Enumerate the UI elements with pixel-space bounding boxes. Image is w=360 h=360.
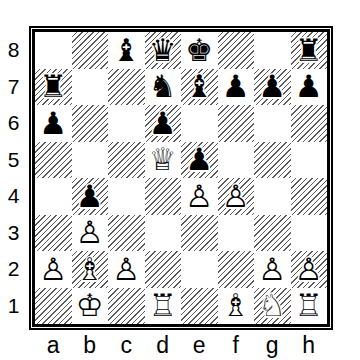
file-label-f: f [218,331,255,359]
square-d7[interactable]: ♞ [145,69,182,106]
white-king[interactable]: ♚♔ [72,288,109,325]
file-label-a: a [35,331,72,359]
rank-labels: 87654321 [0,32,27,324]
black-piece-glyph: ♟ [72,178,109,215]
square-d3[interactable] [145,215,182,252]
square-a4[interactable] [35,178,72,215]
rank-label-4: 4 [0,178,27,215]
white-piece-outline: ♖ [291,288,328,325]
square-d5[interactable]: ♛♕ [145,142,182,179]
square-g7[interactable]: ♟ [254,69,291,106]
square-e7[interactable]: ♝ [181,69,218,106]
square-a6[interactable]: ♟ [35,105,72,142]
white-pawn[interactable]: ♟♙ [254,251,291,288]
white-pawn[interactable]: ♟♙ [291,251,328,288]
white-piece-outline: ♙ [181,178,218,215]
white-piece-outline: ♙ [291,251,328,288]
black-piece-glyph: ♝ [108,32,145,69]
black-pawn[interactable]: ♟ [145,105,182,142]
square-f4[interactable]: ♟♙ [218,178,255,215]
rank-label-1: 1 [0,288,27,325]
black-piece-glyph: ♟ [181,142,218,179]
file-label-c: c [108,331,145,359]
black-pawn[interactable]: ♟ [254,69,291,106]
square-f3[interactable] [218,215,255,252]
square-a8[interactable] [35,32,72,69]
square-a1[interactable] [35,288,72,325]
rank-label-6: 6 [0,105,27,142]
square-g3[interactable] [254,215,291,252]
square-h7[interactable]: ♟ [291,69,328,106]
square-c2[interactable]: ♟♙ [108,251,145,288]
square-f6[interactable] [218,105,255,142]
black-piece-glyph: ♟ [145,105,182,142]
file-label-g: g [254,331,291,359]
white-piece-outline: ♗ [218,288,255,325]
black-piece-glyph: ♜ [35,69,72,106]
square-h2[interactable]: ♟♙ [291,251,328,288]
rank-label-8: 8 [0,32,27,69]
square-d4[interactable] [145,178,182,215]
black-bishop[interactable]: ♝ [108,32,145,69]
white-piece-outline: ♙ [254,251,291,288]
square-h1[interactable]: ♜♖ [291,288,328,325]
black-piece-glyph: ♟ [35,105,72,142]
black-rook[interactable]: ♜ [35,69,72,106]
square-g8[interactable] [254,32,291,69]
file-label-h: h [291,331,328,359]
white-piece-outline: ♘ [254,288,291,325]
square-d1[interactable]: ♜♖ [145,288,182,325]
black-pawn[interactable]: ♟ [181,142,218,179]
square-e2[interactable] [181,251,218,288]
square-b2[interactable]: ♝♗ [72,251,109,288]
black-pawn[interactable]: ♟ [218,69,255,106]
black-king[interactable]: ♚ [181,32,218,69]
white-piece-outline: ♗ [72,251,109,288]
square-h5[interactable] [291,142,328,179]
black-pawn[interactable]: ♟ [72,178,109,215]
square-h6[interactable] [291,105,328,142]
white-piece-outline: ♙ [35,251,72,288]
square-g5[interactable] [254,142,291,179]
square-c8[interactable]: ♝ [108,32,145,69]
square-e6[interactable] [181,105,218,142]
rank-label-3: 3 [0,215,27,252]
black-piece-glyph: ♟ [218,69,255,106]
black-pawn[interactable]: ♟ [291,69,328,106]
square-e8[interactable]: ♚ [181,32,218,69]
white-rook[interactable]: ♜♖ [145,288,182,325]
square-e4[interactable]: ♟♙ [181,178,218,215]
white-queen[interactable]: ♛♕ [145,142,182,179]
rank-label-5: 5 [0,142,27,179]
white-pawn[interactable]: ♟♙ [35,251,72,288]
file-label-b: b [72,331,109,359]
black-queen[interactable]: ♛ [145,32,182,69]
square-a7[interactable]: ♜ [35,69,72,106]
square-c5[interactable] [108,142,145,179]
black-piece-glyph: ♟ [291,69,328,106]
white-piece-outline: ♙ [218,178,255,215]
square-d8[interactable]: ♛ [145,32,182,69]
black-piece-glyph: ♞ [145,69,182,106]
file-label-d: d [145,331,182,359]
white-piece-outline: ♖ [145,288,182,325]
square-c3[interactable] [108,215,145,252]
square-a5[interactable] [35,142,72,179]
square-g4[interactable] [254,178,291,215]
white-bishop[interactable]: ♝♗ [218,288,255,325]
white-knight[interactable]: ♞♘ [254,288,291,325]
square-d6[interactable]: ♟ [145,105,182,142]
square-f7[interactable]: ♟ [218,69,255,106]
square-f1[interactable]: ♝♗ [218,288,255,325]
square-b3[interactable]: ♟♙ [72,215,109,252]
black-piece-glyph: ♜ [291,32,328,69]
black-bishop[interactable]: ♝ [181,69,218,106]
square-c7[interactable] [108,69,145,106]
file-labels: abcdefgh [35,331,327,359]
square-h4[interactable] [291,178,328,215]
white-piece-outline: ♕ [145,142,182,179]
square-b1[interactable]: ♚♔ [72,288,109,325]
square-c6[interactable] [108,105,145,142]
square-a3[interactable] [35,215,72,252]
white-piece-outline: ♙ [72,215,109,252]
square-e1[interactable] [181,288,218,325]
square-e5[interactable]: ♟ [181,142,218,179]
black-rook[interactable]: ♜ [291,32,328,69]
square-d2[interactable] [145,251,182,288]
black-piece-glyph: ♝ [181,69,218,106]
chess-board-frame: ♝♛♚♜♜♞♝♟♟♟♟♟♛♕♟♟♟♙♟♙♟♙♟♙♝♗♟♙♟♙♟♙♚♔♜♖♝♗♞♘… [29,26,333,330]
white-bishop[interactable]: ♝♗ [72,251,109,288]
square-h3[interactable] [291,215,328,252]
white-pawn[interactable]: ♟♙ [108,251,145,288]
square-g1[interactable]: ♞♘ [254,288,291,325]
chess-board: ♝♛♚♜♜♞♝♟♟♟♟♟♛♕♟♟♟♙♟♙♟♙♟♙♝♗♟♙♟♙♟♙♚♔♜♖♝♗♞♘… [32,29,330,327]
square-g6[interactable] [254,105,291,142]
square-f2[interactable] [218,251,255,288]
rank-label-2: 2 [0,251,27,288]
white-rook[interactable]: ♜♖ [291,288,328,325]
square-c4[interactable] [108,178,145,215]
square-b5[interactable] [72,142,109,179]
black-piece-glyph: ♟ [254,69,291,106]
square-g2[interactable]: ♟♙ [254,251,291,288]
black-piece-glyph: ♛ [145,32,182,69]
square-b7[interactable] [72,69,109,106]
white-pawn[interactable]: ♟♙ [72,215,109,252]
square-f5[interactable] [218,142,255,179]
square-b8[interactable] [72,32,109,69]
white-piece-outline: ♙ [108,251,145,288]
white-pawn[interactable]: ♟♙ [181,178,218,215]
square-h8[interactable]: ♜ [291,32,328,69]
black-knight[interactable]: ♞ [145,69,182,106]
chess-diagram: 87654321 ♝♛♚♜♜♞♝♟♟♟♟♟♛♕♟♟♟♙♟♙♟♙♟♙♝♗♟♙♟♙♟… [0,0,360,360]
square-c1[interactable] [108,288,145,325]
white-pawn[interactable]: ♟♙ [218,178,255,215]
square-e3[interactable] [181,215,218,252]
white-piece-outline: ♔ [72,288,109,325]
black-piece-glyph: ♚ [181,32,218,69]
square-b4[interactable]: ♟ [72,178,109,215]
square-f8[interactable] [218,32,255,69]
rank-label-7: 7 [0,69,27,106]
black-pawn[interactable]: ♟ [35,105,72,142]
square-a2[interactable]: ♟♙ [35,251,72,288]
square-b6[interactable] [72,105,109,142]
file-label-e: e [181,331,218,359]
